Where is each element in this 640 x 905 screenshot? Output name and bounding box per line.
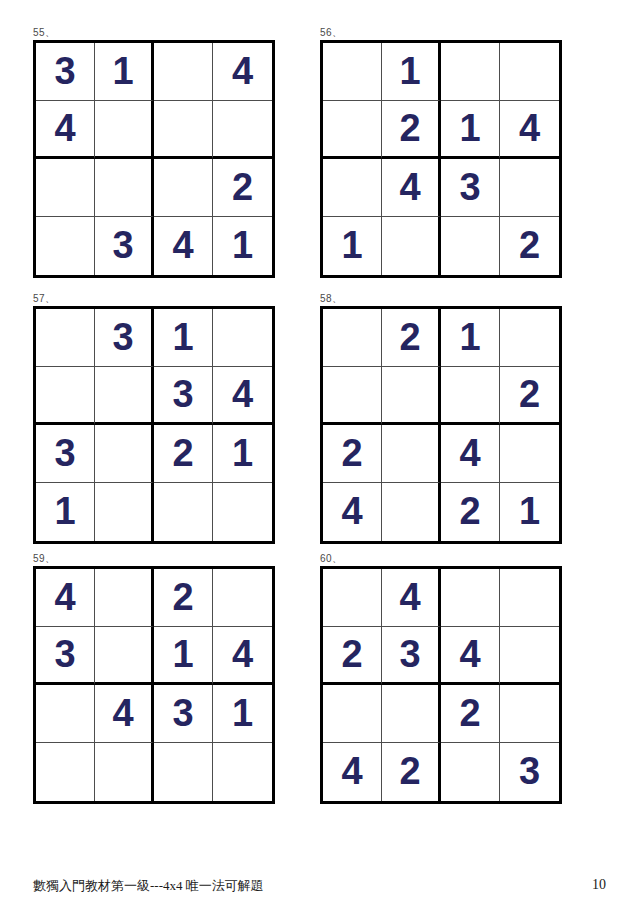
cell-r2c3-empty	[154, 101, 213, 159]
cell-r3c3-given-3: 3	[441, 159, 500, 217]
footer-title: 數獨入門教材第一級---4x4 唯一法可解題	[33, 877, 264, 895]
cell-r4c1-given-4: 4	[323, 483, 382, 541]
cell-r2c1-given-2: 2	[323, 627, 382, 685]
cell-r4c4-empty	[213, 483, 272, 541]
cell-r2c2-empty	[95, 101, 154, 159]
cell-r1c4-empty	[500, 309, 559, 367]
cell-r4c4-empty	[213, 743, 272, 801]
cell-r4c3-given-2: 2	[441, 483, 500, 541]
cell-r4c3-empty	[154, 483, 213, 541]
cell-r1c2-given-1: 1	[382, 43, 441, 101]
cell-r2c2-given-2: 2	[382, 101, 441, 159]
cell-r2c4-empty	[213, 101, 272, 159]
cell-r4c4-given-1: 1	[213, 217, 272, 275]
cell-r4c2-empty	[382, 217, 441, 275]
cell-r3c2-given-4: 4	[95, 685, 154, 743]
cell-r1c4-empty	[500, 43, 559, 101]
cell-r2c4-empty	[500, 627, 559, 685]
cell-r1c2-given-3: 3	[95, 309, 154, 367]
cell-r2c2-given-3: 3	[382, 627, 441, 685]
puzzle-59: 59、 42314431	[33, 552, 275, 804]
cell-r1c1-given-3: 3	[36, 43, 95, 101]
puzzle-60: 60、 42342423	[320, 552, 562, 804]
cell-r1c3-given-1: 1	[154, 309, 213, 367]
cell-r4c2-empty	[95, 743, 154, 801]
cell-r4c2-given-3: 3	[95, 217, 154, 275]
puzzle-58: 58、 21224421	[320, 292, 562, 544]
cell-r2c4-given-2: 2	[500, 367, 559, 425]
cell-r3c1-given-3: 3	[36, 425, 95, 483]
sudoku-grid-56: 12144312	[320, 40, 562, 278]
puzzle-56-label: 56、	[320, 26, 562, 38]
cell-r2c3-given-4: 4	[441, 627, 500, 685]
cell-r3c4-given-1: 1	[213, 685, 272, 743]
puzzle-56: 56、 12144312	[320, 26, 562, 278]
cell-r2c1-given-4: 4	[36, 101, 95, 159]
cell-r1c3-given-2: 2	[154, 569, 213, 627]
cell-r1c2-given-1: 1	[95, 43, 154, 101]
cell-r3c4-given-2: 2	[213, 159, 272, 217]
cell-r1c4-given-4: 4	[213, 43, 272, 101]
cell-r1c3-empty	[154, 43, 213, 101]
cell-r3c2-empty	[382, 425, 441, 483]
cell-r1c4-empty	[213, 309, 272, 367]
sudoku-grid-59: 42314431	[33, 566, 275, 804]
sudoku-grid-57: 31343211	[33, 306, 275, 544]
puzzle-58-label: 58、	[320, 292, 562, 304]
cell-r1c4-empty	[213, 569, 272, 627]
cell-r2c3-empty	[441, 367, 500, 425]
cell-r4c1-given-1: 1	[323, 217, 382, 275]
puzzle-57: 57、 31343211	[33, 292, 275, 544]
cell-r4c3-empty	[154, 743, 213, 801]
cell-r2c1-empty	[323, 367, 382, 425]
cell-r4c3-empty	[441, 217, 500, 275]
cell-r1c4-empty	[500, 569, 559, 627]
puzzle-59-label: 59、	[33, 552, 275, 564]
sudoku-grid-58: 21224421	[320, 306, 562, 544]
sudoku-grid-55: 31442341	[33, 40, 275, 278]
cell-r1c2-empty	[95, 569, 154, 627]
cell-r2c1-empty	[323, 101, 382, 159]
cell-r1c3-given-1: 1	[441, 309, 500, 367]
cell-r1c1-empty	[323, 309, 382, 367]
cell-r3c4-empty	[500, 159, 559, 217]
cell-r1c1-empty	[323, 43, 382, 101]
cell-r3c1-empty	[36, 685, 95, 743]
cell-r3c3-given-3: 3	[154, 685, 213, 743]
cell-r3c3-given-2: 2	[154, 425, 213, 483]
cell-r4c2-given-2: 2	[382, 743, 441, 801]
cell-r3c1-empty	[36, 159, 95, 217]
cell-r2c1-given-3: 3	[36, 627, 95, 685]
cell-r2c3-given-1: 1	[441, 101, 500, 159]
cell-r4c2-empty	[95, 483, 154, 541]
cell-r1c1-empty	[36, 309, 95, 367]
cell-r1c2-given-2: 2	[382, 309, 441, 367]
cell-r3c2-empty	[95, 425, 154, 483]
cell-r2c4-given-4: 4	[213, 627, 272, 685]
cell-r1c3-empty	[441, 569, 500, 627]
cell-r3c2-given-4: 4	[382, 159, 441, 217]
cell-r2c2-empty	[95, 627, 154, 685]
sudoku-grid-60: 42342423	[320, 566, 562, 804]
cell-r2c2-empty	[382, 367, 441, 425]
cell-r3c3-given-2: 2	[441, 685, 500, 743]
cell-r3c1-empty	[323, 685, 382, 743]
cell-r4c4-given-1: 1	[500, 483, 559, 541]
cell-r4c1-given-4: 4	[323, 743, 382, 801]
cell-r3c4-empty	[500, 425, 559, 483]
puzzle-57-label: 57、	[33, 292, 275, 304]
cell-r3c1-given-2: 2	[323, 425, 382, 483]
cell-r4c1-given-1: 1	[36, 483, 95, 541]
cell-r3c4-empty	[500, 685, 559, 743]
puzzle-55-label: 55、	[33, 26, 275, 38]
cell-r1c1-empty	[323, 569, 382, 627]
cell-r2c4-given-4: 4	[500, 101, 559, 159]
puzzle-55: 55、 31442341	[33, 26, 275, 278]
cell-r1c2-given-4: 4	[382, 569, 441, 627]
cell-r2c3-given-3: 3	[154, 367, 213, 425]
cell-r4c4-given-3: 3	[500, 743, 559, 801]
cell-r3c1-empty	[323, 159, 382, 217]
cell-r4c3-given-4: 4	[154, 217, 213, 275]
cell-r3c3-given-4: 4	[441, 425, 500, 483]
cell-r3c2-empty	[382, 685, 441, 743]
cell-r1c1-given-4: 4	[36, 569, 95, 627]
cell-r4c1-empty	[36, 743, 95, 801]
puzzle-60-label: 60、	[320, 552, 562, 564]
cell-r2c4-given-4: 4	[213, 367, 272, 425]
cell-r1c3-empty	[441, 43, 500, 101]
cell-r2c3-given-1: 1	[154, 627, 213, 685]
page-number: 10	[592, 877, 606, 893]
cell-r4c3-empty	[441, 743, 500, 801]
cell-r4c1-empty	[36, 217, 95, 275]
cell-r4c4-given-2: 2	[500, 217, 559, 275]
cell-r3c2-empty	[95, 159, 154, 217]
cell-r3c3-empty	[154, 159, 213, 217]
cell-r3c4-given-1: 1	[213, 425, 272, 483]
cell-r2c1-empty	[36, 367, 95, 425]
cell-r2c2-empty	[95, 367, 154, 425]
cell-r4c2-empty	[382, 483, 441, 541]
